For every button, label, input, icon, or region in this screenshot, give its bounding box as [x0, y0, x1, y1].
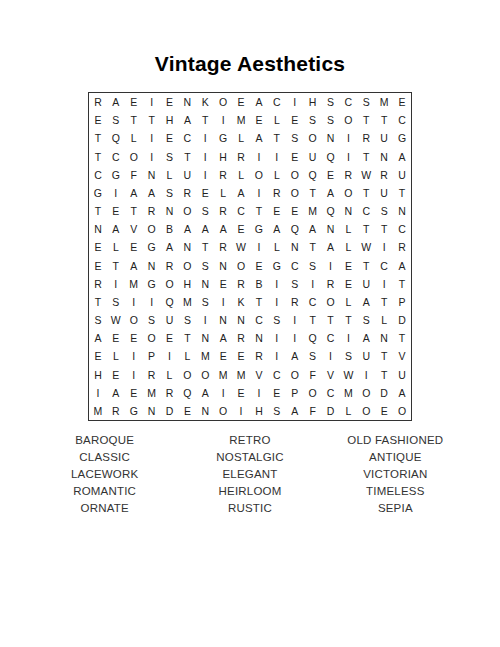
- grid-cell-r14c13[interactable]: Q: [304, 329, 322, 347]
- grid-cell-r6c11[interactable]: R: [268, 184, 286, 202]
- grid-cell-r2c9[interactable]: M: [232, 111, 250, 129]
- grid-cell-r14c3[interactable]: E: [125, 329, 143, 347]
- grid-cell-r17c10[interactable]: I: [250, 384, 268, 402]
- grid-cell-r11c5[interactable]: O: [161, 275, 179, 293]
- grid-cell-r1c12[interactable]: I: [286, 93, 304, 111]
- grid-cell-r17c15[interactable]: M: [339, 384, 357, 402]
- grid-cell-r17c5[interactable]: R: [161, 384, 179, 402]
- grid-cell-r9c8[interactable]: R: [214, 238, 232, 256]
- grid-cell-r8c3[interactable]: V: [125, 220, 143, 238]
- grid-cell-r17c11[interactable]: E: [268, 384, 286, 402]
- grid-cell-r7c14[interactable]: Q: [322, 202, 340, 220]
- grid-cell-r5c11[interactable]: L: [268, 166, 286, 184]
- grid-cell-r10c12[interactable]: C: [286, 256, 304, 274]
- grid-cell-r8c12[interactable]: Q: [286, 220, 304, 238]
- grid-cell-r13c10[interactable]: C: [250, 311, 268, 329]
- grid-cell-r11c15[interactable]: E: [339, 275, 357, 293]
- grid-cell-r13c11[interactable]: S: [268, 311, 286, 329]
- grid-cell-r6c8[interactable]: L: [214, 184, 232, 202]
- grid-cell-r14c12[interactable]: I: [286, 329, 304, 347]
- grid-cell-r16c12[interactable]: O: [286, 365, 304, 383]
- grid-cell-r4c10[interactable]: I: [250, 147, 268, 165]
- grid-cell-r18c11[interactable]: S: [268, 402, 286, 420]
- grid-cell-r9c9[interactable]: W: [232, 238, 250, 256]
- grid-cell-r3c12[interactable]: S: [286, 129, 304, 147]
- grid-cell-r4c11[interactable]: I: [268, 147, 286, 165]
- grid-cell-r3c1[interactable]: T: [89, 129, 107, 147]
- grid-cell-r6c18[interactable]: T: [393, 184, 411, 202]
- grid-cell-r16c15[interactable]: W: [339, 365, 357, 383]
- grid-cell-r13c3[interactable]: O: [125, 311, 143, 329]
- grid-cell-r6c9[interactable]: A: [232, 184, 250, 202]
- grid-cell-r16c2[interactable]: E: [107, 365, 125, 383]
- grid-cell-r13c15[interactable]: T: [339, 311, 357, 329]
- grid-cell-r16c1[interactable]: H: [89, 365, 107, 383]
- grid-cell-r18c10[interactable]: H: [250, 402, 268, 420]
- grid-cell-r1c17[interactable]: M: [375, 93, 393, 111]
- grid-cell-r2c11[interactable]: L: [268, 111, 286, 129]
- grid-cell-r2c2[interactable]: S: [107, 111, 125, 129]
- grid-cell-r14c18[interactable]: T: [393, 329, 411, 347]
- grid-cell-r14c7[interactable]: N: [196, 329, 214, 347]
- grid-cell-r15c16[interactable]: U: [357, 347, 375, 365]
- grid-cell-r16c13[interactable]: F: [304, 365, 322, 383]
- grid-cell-r12c2[interactable]: S: [107, 293, 125, 311]
- grid-cell-r18c18[interactable]: O: [393, 402, 411, 420]
- grid-cell-r6c3[interactable]: A: [125, 184, 143, 202]
- grid-cell-r14c11[interactable]: I: [268, 329, 286, 347]
- grid-cell-r3c15[interactable]: I: [339, 129, 357, 147]
- grid-cell-r7c16[interactable]: C: [357, 202, 375, 220]
- grid-cell-r7c6[interactable]: O: [178, 202, 196, 220]
- grid-cell-r9c3[interactable]: E: [125, 238, 143, 256]
- grid-cell-r6c4[interactable]: A: [143, 184, 161, 202]
- grid-cell-r11c10[interactable]: B: [250, 275, 268, 293]
- grid-cell-r13c9[interactable]: N: [232, 311, 250, 329]
- grid-cell-r17c4[interactable]: M: [143, 384, 161, 402]
- grid-cell-r12c9[interactable]: K: [232, 293, 250, 311]
- grid-cell-r1c1[interactable]: R: [89, 93, 107, 111]
- grid-cell-r3c11[interactable]: T: [268, 129, 286, 147]
- grid-cell-r9c6[interactable]: N: [178, 238, 196, 256]
- grid-cell-r16c6[interactable]: O: [178, 365, 196, 383]
- grid-cell-r5c1[interactable]: C: [89, 166, 107, 184]
- grid-cell-r7c1[interactable]: T: [89, 202, 107, 220]
- grid-cell-r8c14[interactable]: N: [322, 220, 340, 238]
- grid-cell-r18c16[interactable]: O: [357, 402, 375, 420]
- grid-cell-r15c18[interactable]: V: [393, 347, 411, 365]
- grid-cell-r7c9[interactable]: C: [232, 202, 250, 220]
- grid-cell-r8c4[interactable]: O: [143, 220, 161, 238]
- grid-cell-r17c2[interactable]: A: [107, 384, 125, 402]
- grid-cell-r11c14[interactable]: R: [322, 275, 340, 293]
- grid-cell-r5c6[interactable]: U: [178, 166, 196, 184]
- grid-cell-r5c8[interactable]: R: [214, 166, 232, 184]
- grid-cell-r8c8[interactable]: A: [214, 220, 232, 238]
- grid-cell-r12c8[interactable]: I: [214, 293, 232, 311]
- grid-cell-r4c6[interactable]: T: [178, 147, 196, 165]
- grid-cell-r9c13[interactable]: T: [304, 238, 322, 256]
- grid-cell-r14c15[interactable]: I: [339, 329, 357, 347]
- grid-cell-r14c16[interactable]: A: [357, 329, 375, 347]
- grid-cell-r8c9[interactable]: E: [232, 220, 250, 238]
- grid-cell-r17c3[interactable]: E: [125, 384, 143, 402]
- grid-cell-r9c2[interactable]: L: [107, 238, 125, 256]
- word-search-grid[interactable]: RAEIENKOEACIHSCSMEESTTHATIMELESSOTTCTQLI…: [88, 92, 412, 421]
- grid-cell-r11c17[interactable]: I: [375, 275, 393, 293]
- grid-cell-r4c15[interactable]: I: [339, 147, 357, 165]
- grid-cell-r3c4[interactable]: I: [143, 129, 161, 147]
- grid-cell-r8c16[interactable]: T: [357, 220, 375, 238]
- grid-cell-r8c13[interactable]: A: [304, 220, 322, 238]
- grid-cell-r3c8[interactable]: G: [214, 129, 232, 147]
- grid-cell-r9c4[interactable]: G: [143, 238, 161, 256]
- grid-cell-r17c1[interactable]: I: [89, 384, 107, 402]
- grid-cell-r11c9[interactable]: R: [232, 275, 250, 293]
- grid-cell-r13c12[interactable]: I: [286, 311, 304, 329]
- grid-cell-r11c11[interactable]: I: [268, 275, 286, 293]
- grid-cell-r15c4[interactable]: P: [143, 347, 161, 365]
- grid-cell-r8c1[interactable]: N: [89, 220, 107, 238]
- grid-cell-r7c8[interactable]: R: [214, 202, 232, 220]
- grid-cell-r15c1[interactable]: E: [89, 347, 107, 365]
- grid-cell-r10c17[interactable]: C: [375, 256, 393, 274]
- grid-cell-r11c6[interactable]: H: [178, 275, 196, 293]
- grid-cell-r6c5[interactable]: S: [161, 184, 179, 202]
- grid-cell-r8c17[interactable]: T: [375, 220, 393, 238]
- grid-cell-r9c5[interactable]: A: [161, 238, 179, 256]
- grid-cell-r13c14[interactable]: T: [322, 311, 340, 329]
- grid-cell-r7c18[interactable]: N: [393, 202, 411, 220]
- grid-cell-r10c6[interactable]: O: [178, 256, 196, 274]
- grid-cell-r3c9[interactable]: L: [232, 129, 250, 147]
- grid-cell-r16c4[interactable]: R: [143, 365, 161, 383]
- grid-cell-r11c1[interactable]: R: [89, 275, 107, 293]
- grid-cell-r14c10[interactable]: N: [250, 329, 268, 347]
- grid-cell-r7c11[interactable]: E: [268, 202, 286, 220]
- grid-cell-r12c14[interactable]: O: [322, 293, 340, 311]
- grid-cell-r5c17[interactable]: R: [375, 166, 393, 184]
- grid-cell-r11c18[interactable]: T: [393, 275, 411, 293]
- grid-cell-r6c15[interactable]: O: [339, 184, 357, 202]
- grid-cell-r5c7[interactable]: I: [196, 166, 214, 184]
- grid-cell-r3c16[interactable]: R: [357, 129, 375, 147]
- grid-cell-r8c6[interactable]: A: [178, 220, 196, 238]
- grid-cell-r16c11[interactable]: C: [268, 365, 286, 383]
- grid-cell-r11c7[interactable]: N: [196, 275, 214, 293]
- grid-cell-r7c2[interactable]: E: [107, 202, 125, 220]
- grid-cell-r3c13[interactable]: O: [304, 129, 322, 147]
- grid-cell-r3c7[interactable]: I: [196, 129, 214, 147]
- grid-cell-r10c2[interactable]: T: [107, 256, 125, 274]
- grid-cell-r4c7[interactable]: I: [196, 147, 214, 165]
- grid-cell-r17c9[interactable]: E: [232, 384, 250, 402]
- grid-cell-r2c17[interactable]: T: [375, 111, 393, 129]
- grid-cell-r8c18[interactable]: C: [393, 220, 411, 238]
- grid-cell-r15c14[interactable]: I: [322, 347, 340, 365]
- grid-cell-r11c12[interactable]: S: [286, 275, 304, 293]
- grid-cell-r15c7[interactable]: M: [196, 347, 214, 365]
- grid-cell-r15c3[interactable]: I: [125, 347, 143, 365]
- grid-cell-r17c14[interactable]: C: [322, 384, 340, 402]
- grid-cell-r12c3[interactable]: I: [125, 293, 143, 311]
- grid-cell-r12c1[interactable]: T: [89, 293, 107, 311]
- grid-cell-r12c16[interactable]: A: [357, 293, 375, 311]
- grid-cell-r1c2[interactable]: A: [107, 93, 125, 111]
- grid-cell-r8c2[interactable]: A: [107, 220, 125, 238]
- grid-cell-r7c5[interactable]: N: [161, 202, 179, 220]
- grid-cell-r8c7[interactable]: A: [196, 220, 214, 238]
- grid-cell-r6c14[interactable]: A: [322, 184, 340, 202]
- grid-cell-r3c17[interactable]: U: [375, 129, 393, 147]
- grid-cell-r15c13[interactable]: S: [304, 347, 322, 365]
- grid-cell-r4c16[interactable]: T: [357, 147, 375, 165]
- grid-cell-r2c6[interactable]: A: [178, 111, 196, 129]
- grid-cell-r12c6[interactable]: M: [178, 293, 196, 311]
- grid-cell-r3c5[interactable]: E: [161, 129, 179, 147]
- grid-cell-r16c18[interactable]: U: [393, 365, 411, 383]
- grid-cell-r14c2[interactable]: E: [107, 329, 125, 347]
- grid-cell-r4c5[interactable]: S: [161, 147, 179, 165]
- grid-cell-r1c8[interactable]: O: [214, 93, 232, 111]
- grid-cell-r12c13[interactable]: C: [304, 293, 322, 311]
- grid-cell-r8c10[interactable]: G: [250, 220, 268, 238]
- grid-cell-r11c2[interactable]: I: [107, 275, 125, 293]
- grid-cell-r10c8[interactable]: N: [214, 256, 232, 274]
- grid-cell-r6c2[interactable]: I: [107, 184, 125, 202]
- grid-cell-r11c3[interactable]: M: [125, 275, 143, 293]
- grid-cell-r14c1[interactable]: A: [89, 329, 107, 347]
- grid-cell-r4c18[interactable]: A: [393, 147, 411, 165]
- grid-cell-r10c5[interactable]: R: [161, 256, 179, 274]
- grid-cell-r12c17[interactable]: T: [375, 293, 393, 311]
- grid-cell-r4c17[interactable]: N: [375, 147, 393, 165]
- grid-cell-r9c11[interactable]: L: [268, 238, 286, 256]
- grid-cell-r15c11[interactable]: I: [268, 347, 286, 365]
- grid-cell-r18c8[interactable]: O: [214, 402, 232, 420]
- grid-cell-r12c5[interactable]: Q: [161, 293, 179, 311]
- grid-cell-r6c7[interactable]: E: [196, 184, 214, 202]
- grid-cell-r3c6[interactable]: C: [178, 129, 196, 147]
- grid-cell-r18c13[interactable]: F: [304, 402, 322, 420]
- grid-cell-r18c6[interactable]: E: [178, 402, 196, 420]
- grid-cell-r10c1[interactable]: E: [89, 256, 107, 274]
- grid-cell-r15c15[interactable]: S: [339, 347, 357, 365]
- grid-cell-r18c4[interactable]: N: [143, 402, 161, 420]
- grid-cell-r10c11[interactable]: G: [268, 256, 286, 274]
- grid-cell-r16c5[interactable]: L: [161, 365, 179, 383]
- grid-cell-r1c10[interactable]: A: [250, 93, 268, 111]
- grid-cell-r2c14[interactable]: S: [322, 111, 340, 129]
- grid-cell-r7c12[interactable]: E: [286, 202, 304, 220]
- grid-cell-r2c15[interactable]: O: [339, 111, 357, 129]
- grid-cell-r10c14[interactable]: I: [322, 256, 340, 274]
- grid-cell-r3c3[interactable]: L: [125, 129, 143, 147]
- grid-cell-r10c13[interactable]: S: [304, 256, 322, 274]
- grid-cell-r2c18[interactable]: C: [393, 111, 411, 129]
- grid-cell-r13c6[interactable]: S: [178, 311, 196, 329]
- grid-cell-r1c16[interactable]: S: [357, 93, 375, 111]
- grid-cell-r1c3[interactable]: E: [125, 93, 143, 111]
- grid-cell-r5c16[interactable]: W: [357, 166, 375, 184]
- grid-cell-r3c10[interactable]: A: [250, 129, 268, 147]
- grid-cell-r5c3[interactable]: F: [125, 166, 143, 184]
- grid-cell-r15c9[interactable]: E: [232, 347, 250, 365]
- grid-cell-r13c16[interactable]: S: [357, 311, 375, 329]
- grid-cell-r15c2[interactable]: L: [107, 347, 125, 365]
- grid-cell-r18c2[interactable]: R: [107, 402, 125, 420]
- grid-cell-r10c7[interactable]: S: [196, 256, 214, 274]
- grid-cell-r2c3[interactable]: T: [125, 111, 143, 129]
- grid-cell-r3c2[interactable]: Q: [107, 129, 125, 147]
- grid-cell-r16c3[interactable]: I: [125, 365, 143, 383]
- grid-cell-r18c9[interactable]: I: [232, 402, 250, 420]
- grid-cell-r2c8[interactable]: I: [214, 111, 232, 129]
- grid-cell-r6c10[interactable]: I: [250, 184, 268, 202]
- grid-cell-r5c10[interactable]: O: [250, 166, 268, 184]
- grid-cell-r14c5[interactable]: E: [161, 329, 179, 347]
- grid-cell-r4c14[interactable]: Q: [322, 147, 340, 165]
- grid-cell-r13c5[interactable]: U: [161, 311, 179, 329]
- grid-cell-r9c15[interactable]: L: [339, 238, 357, 256]
- grid-cell-r5c13[interactable]: Q: [304, 166, 322, 184]
- grid-cell-r18c1[interactable]: M: [89, 402, 107, 420]
- grid-cell-r13c2[interactable]: W: [107, 311, 125, 329]
- grid-cell-r6c16[interactable]: T: [357, 184, 375, 202]
- grid-cell-r1c15[interactable]: C: [339, 93, 357, 111]
- grid-cell-r2c12[interactable]: E: [286, 111, 304, 129]
- grid-cell-r18c12[interactable]: A: [286, 402, 304, 420]
- grid-cell-r12c11[interactable]: I: [268, 293, 286, 311]
- grid-cell-r13c8[interactable]: N: [214, 311, 232, 329]
- grid-cell-r12c15[interactable]: L: [339, 293, 357, 311]
- grid-cell-r13c17[interactable]: L: [375, 311, 393, 329]
- grid-cell-r4c8[interactable]: H: [214, 147, 232, 165]
- grid-cell-r11c13[interactable]: I: [304, 275, 322, 293]
- grid-cell-r2c5[interactable]: H: [161, 111, 179, 129]
- grid-cell-r17c13[interactable]: O: [304, 384, 322, 402]
- grid-cell-r10c3[interactable]: A: [125, 256, 143, 274]
- grid-cell-r2c1[interactable]: E: [89, 111, 107, 129]
- grid-cell-r8c15[interactable]: L: [339, 220, 357, 238]
- grid-cell-r9c14[interactable]: A: [322, 238, 340, 256]
- grid-cell-r15c8[interactable]: E: [214, 347, 232, 365]
- grid-cell-r7c17[interactable]: S: [375, 202, 393, 220]
- grid-cell-r9c10[interactable]: I: [250, 238, 268, 256]
- grid-cell-r9c1[interactable]: E: [89, 238, 107, 256]
- grid-cell-r3c14[interactable]: N: [322, 129, 340, 147]
- grid-cell-r13c18[interactable]: D: [393, 311, 411, 329]
- grid-cell-r13c4[interactable]: S: [143, 311, 161, 329]
- grid-cell-r2c16[interactable]: T: [357, 111, 375, 129]
- grid-cell-r17c16[interactable]: O: [357, 384, 375, 402]
- grid-cell-r6c6[interactable]: R: [178, 184, 196, 202]
- grid-cell-r14c14[interactable]: C: [322, 329, 340, 347]
- grid-cell-r6c1[interactable]: G: [89, 184, 107, 202]
- grid-cell-r14c8[interactable]: A: [214, 329, 232, 347]
- grid-cell-r6c12[interactable]: O: [286, 184, 304, 202]
- grid-cell-r1c5[interactable]: E: [161, 93, 179, 111]
- grid-cell-r7c13[interactable]: M: [304, 202, 322, 220]
- grid-cell-r4c4[interactable]: I: [143, 147, 161, 165]
- grid-cell-r12c18[interactable]: P: [393, 293, 411, 311]
- grid-cell-r1c11[interactable]: C: [268, 93, 286, 111]
- grid-cell-r10c9[interactable]: O: [232, 256, 250, 274]
- grid-cell-r18c3[interactable]: G: [125, 402, 143, 420]
- grid-cell-r15c17[interactable]: T: [375, 347, 393, 365]
- grid-cell-r5c12[interactable]: O: [286, 166, 304, 184]
- grid-cell-r14c4[interactable]: O: [143, 329, 161, 347]
- grid-cell-r17c18[interactable]: A: [393, 384, 411, 402]
- grid-cell-r5c18[interactable]: U: [393, 166, 411, 184]
- grid-cell-r16c7[interactable]: O: [196, 365, 214, 383]
- grid-cell-r10c16[interactable]: T: [357, 256, 375, 274]
- grid-cell-r17c6[interactable]: Q: [178, 384, 196, 402]
- grid-cell-r12c7[interactable]: S: [196, 293, 214, 311]
- grid-cell-r18c5[interactable]: D: [161, 402, 179, 420]
- grid-cell-r1c13[interactable]: H: [304, 93, 322, 111]
- grid-cell-r10c10[interactable]: E: [250, 256, 268, 274]
- grid-cell-r5c14[interactable]: E: [322, 166, 340, 184]
- grid-cell-r6c13[interactable]: T: [304, 184, 322, 202]
- grid-cell-r3c18[interactable]: G: [393, 129, 411, 147]
- grid-cell-r5c4[interactable]: N: [143, 166, 161, 184]
- grid-cell-r7c7[interactable]: S: [196, 202, 214, 220]
- grid-cell-r17c17[interactable]: D: [375, 384, 393, 402]
- grid-cell-r7c15[interactable]: N: [339, 202, 357, 220]
- grid-cell-r12c10[interactable]: T: [250, 293, 268, 311]
- grid-cell-r12c4[interactable]: I: [143, 293, 161, 311]
- grid-cell-r4c13[interactable]: U: [304, 147, 322, 165]
- grid-cell-r16c14[interactable]: V: [322, 365, 340, 383]
- grid-cell-r1c9[interactable]: E: [232, 93, 250, 111]
- grid-cell-r14c17[interactable]: N: [375, 329, 393, 347]
- grid-cell-r16c16[interactable]: I: [357, 365, 375, 383]
- grid-cell-r2c7[interactable]: T: [196, 111, 214, 129]
- grid-cell-r17c8[interactable]: I: [214, 384, 232, 402]
- grid-cell-r2c10[interactable]: E: [250, 111, 268, 129]
- grid-cell-r16c8[interactable]: M: [214, 365, 232, 383]
- grid-cell-r16c9[interactable]: M: [232, 365, 250, 383]
- grid-cell-r7c10[interactable]: T: [250, 202, 268, 220]
- grid-cell-r9c12[interactable]: N: [286, 238, 304, 256]
- grid-cell-r1c18[interactable]: E: [393, 93, 411, 111]
- grid-cell-r14c6[interactable]: T: [178, 329, 196, 347]
- grid-cell-r11c16[interactable]: U: [357, 275, 375, 293]
- grid-cell-r10c18[interactable]: A: [393, 256, 411, 274]
- grid-cell-r10c15[interactable]: E: [339, 256, 357, 274]
- grid-cell-r16c17[interactable]: T: [375, 365, 393, 383]
- grid-cell-r11c4[interactable]: G: [143, 275, 161, 293]
- grid-cell-r15c10[interactable]: R: [250, 347, 268, 365]
- grid-cell-r12c12[interactable]: R: [286, 293, 304, 311]
- grid-cell-r1c4[interactable]: I: [143, 93, 161, 111]
- grid-cell-r15c12[interactable]: A: [286, 347, 304, 365]
- grid-cell-r18c7[interactable]: N: [196, 402, 214, 420]
- grid-cell-r1c6[interactable]: N: [178, 93, 196, 111]
- grid-cell-r18c14[interactable]: D: [322, 402, 340, 420]
- grid-cell-r4c1[interactable]: T: [89, 147, 107, 165]
- grid-cell-r13c1[interactable]: S: [89, 311, 107, 329]
- grid-cell-r4c12[interactable]: E: [286, 147, 304, 165]
- grid-cell-r16c10[interactable]: V: [250, 365, 268, 383]
- grid-cell-r11c8[interactable]: E: [214, 275, 232, 293]
- grid-cell-r18c15[interactable]: L: [339, 402, 357, 420]
- grid-cell-r18c17[interactable]: E: [375, 402, 393, 420]
- grid-cell-r6c17[interactable]: U: [375, 184, 393, 202]
- grid-cell-r13c7[interactable]: I: [196, 311, 214, 329]
- grid-cell-r9c17[interactable]: I: [375, 238, 393, 256]
